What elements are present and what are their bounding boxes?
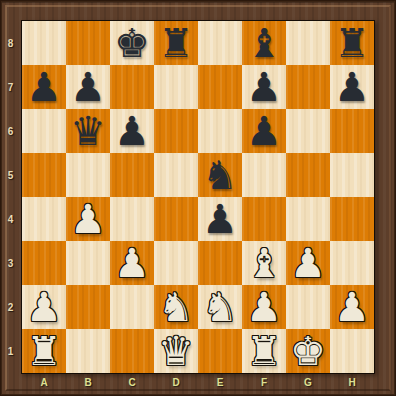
black-pawn-h7[interactable]: ♟ — [330, 65, 374, 109]
rank-label-2: 2 — [0, 285, 21, 329]
square-e2[interactable]: ♞ — [198, 285, 242, 329]
file-label-c: C — [110, 374, 154, 391]
file-label-h: H — [330, 374, 374, 391]
square-h3[interactable] — [330, 241, 374, 285]
white-bishop-f3[interactable]: ♝ — [242, 241, 286, 285]
square-a5[interactable] — [22, 153, 66, 197]
square-g7[interactable] — [286, 65, 330, 109]
black-pawn-f7[interactable]: ♟ — [242, 65, 286, 109]
black-pawn-c6[interactable]: ♟ — [110, 109, 154, 153]
square-f4[interactable] — [242, 197, 286, 241]
rank-label-5: 5 — [0, 153, 21, 197]
square-d3[interactable] — [154, 241, 198, 285]
white-rook-f1[interactable]: ♜ — [242, 329, 286, 373]
square-a3[interactable] — [22, 241, 66, 285]
square-f6[interactable]: ♟ — [242, 109, 286, 153]
square-h8[interactable]: ♜ — [330, 21, 374, 65]
black-bishop-f8[interactable]: ♝ — [242, 21, 286, 65]
rank-label-7: 7 — [0, 65, 21, 109]
square-a1[interactable]: ♜ — [22, 329, 66, 373]
square-f2[interactable]: ♟ — [242, 285, 286, 329]
file-label-b: B — [66, 374, 110, 391]
white-pawn-a2[interactable]: ♟ — [22, 285, 66, 329]
square-b3[interactable] — [66, 241, 110, 285]
rank-label-3: 3 — [0, 241, 21, 285]
square-b7[interactable]: ♟ — [66, 65, 110, 109]
file-label-f: F — [242, 374, 286, 391]
square-f8[interactable]: ♝ — [242, 21, 286, 65]
square-e1[interactable] — [198, 329, 242, 373]
square-a8[interactable] — [22, 21, 66, 65]
square-f3[interactable]: ♝ — [242, 241, 286, 285]
square-h4[interactable] — [330, 197, 374, 241]
white-pawn-h2[interactable]: ♟ — [330, 285, 374, 329]
black-pawn-a7[interactable]: ♟ — [22, 65, 66, 109]
square-b2[interactable] — [66, 285, 110, 329]
square-h2[interactable]: ♟ — [330, 285, 374, 329]
square-c8[interactable]: ♚ — [110, 21, 154, 65]
rank-labels: 87654321 — [0, 21, 21, 373]
square-d5[interactable] — [154, 153, 198, 197]
square-g6[interactable] — [286, 109, 330, 153]
black-king-c8[interactable]: ♚ — [110, 21, 154, 65]
square-d8[interactable]: ♜ — [154, 21, 198, 65]
square-a4[interactable] — [22, 197, 66, 241]
square-f1[interactable]: ♜ — [242, 329, 286, 373]
square-c6[interactable]: ♟ — [110, 109, 154, 153]
rank-label-6: 6 — [0, 109, 21, 153]
file-label-e: E — [198, 374, 242, 391]
square-e6[interactable] — [198, 109, 242, 153]
square-e7[interactable] — [198, 65, 242, 109]
square-h1[interactable] — [330, 329, 374, 373]
square-b4[interactable]: ♟ — [66, 197, 110, 241]
square-g3[interactable]: ♟ — [286, 241, 330, 285]
white-knight-d2[interactable]: ♞ — [154, 285, 198, 329]
rank-label-1: 1 — [0, 329, 21, 373]
square-c1[interactable] — [110, 329, 154, 373]
square-d2[interactable]: ♞ — [154, 285, 198, 329]
white-pawn-g3[interactable]: ♟ — [286, 241, 330, 285]
square-h7[interactable]: ♟ — [330, 65, 374, 109]
white-rook-a1[interactable]: ♜ — [22, 329, 66, 373]
rank-label-4: 4 — [0, 197, 21, 241]
black-queen-b6[interactable]: ♛ — [66, 109, 110, 153]
square-b5[interactable] — [66, 153, 110, 197]
black-knight-e5[interactable]: ♞ — [198, 153, 242, 197]
black-pawn-f6[interactable]: ♟ — [242, 109, 286, 153]
black-rook-d8[interactable]: ♜ — [154, 21, 198, 65]
square-e5[interactable]: ♞ — [198, 153, 242, 197]
black-rook-h8[interactable]: ♜ — [330, 21, 374, 65]
white-queen-d1[interactable]: ♛ — [154, 329, 198, 373]
square-g2[interactable] — [286, 285, 330, 329]
square-g5[interactable] — [286, 153, 330, 197]
square-a6[interactable] — [22, 109, 66, 153]
file-label-g: G — [286, 374, 330, 391]
file-label-d: D — [154, 374, 198, 391]
chess-app: 87654321 ♚♜♝♜♟♟♟♟♛♟♟♞♟♟♟♝♟♟♞♞♟♟♜♛♜♚ ABCD… — [0, 0, 396, 396]
square-g1[interactable]: ♚ — [286, 329, 330, 373]
square-h5[interactable] — [330, 153, 374, 197]
white-pawn-c3[interactable]: ♟ — [110, 241, 154, 285]
file-labels: ABCDEFGH — [22, 374, 374, 391]
white-pawn-f2[interactable]: ♟ — [242, 285, 286, 329]
square-e4[interactable]: ♟ — [198, 197, 242, 241]
square-c7[interactable] — [110, 65, 154, 109]
square-c4[interactable] — [110, 197, 154, 241]
square-g8[interactable] — [286, 21, 330, 65]
square-b6[interactable]: ♛ — [66, 109, 110, 153]
square-f5[interactable] — [242, 153, 286, 197]
square-b8[interactable] — [66, 21, 110, 65]
square-c3[interactable]: ♟ — [110, 241, 154, 285]
white-king-g1[interactable]: ♚ — [286, 329, 330, 373]
white-knight-e2[interactable]: ♞ — [198, 285, 242, 329]
square-d1[interactable]: ♛ — [154, 329, 198, 373]
rank-label-8: 8 — [0, 21, 21, 65]
black-pawn-e4[interactable]: ♟ — [198, 197, 242, 241]
white-pawn-b4[interactable]: ♟ — [66, 197, 110, 241]
square-a7[interactable]: ♟ — [22, 65, 66, 109]
square-e8[interactable] — [198, 21, 242, 65]
file-label-a: A — [22, 374, 66, 391]
black-pawn-b7[interactable]: ♟ — [66, 65, 110, 109]
square-d7[interactable] — [154, 65, 198, 109]
square-e3[interactable] — [198, 241, 242, 285]
square-c5[interactable] — [110, 153, 154, 197]
square-h6[interactable] — [330, 109, 374, 153]
square-c2[interactable] — [110, 285, 154, 329]
square-a2[interactable]: ♟ — [22, 285, 66, 329]
square-d4[interactable] — [154, 197, 198, 241]
square-f7[interactable]: ♟ — [242, 65, 286, 109]
square-d6[interactable] — [154, 109, 198, 153]
chess-board: ♚♜♝♜♟♟♟♟♛♟♟♞♟♟♟♝♟♟♞♞♟♟♜♛♜♚ — [21, 20, 375, 374]
square-g4[interactable] — [286, 197, 330, 241]
square-b1[interactable] — [66, 329, 110, 373]
